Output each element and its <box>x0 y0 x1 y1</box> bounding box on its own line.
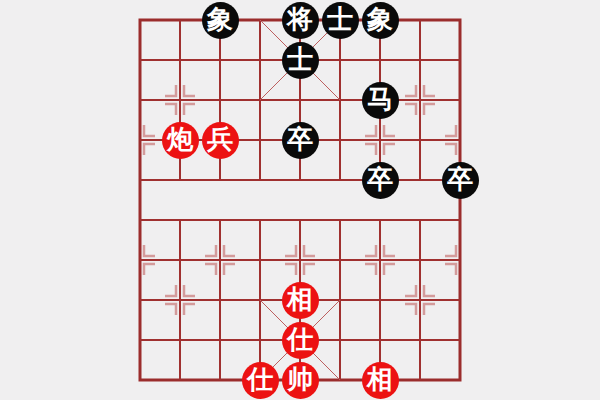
board-point-8-0[interactable] <box>440 0 480 40</box>
board-point-7-3[interactable] <box>400 120 440 160</box>
board-point-3-1[interactable] <box>240 40 280 80</box>
board-point-0-5[interactable] <box>120 200 160 240</box>
board-point-3-4[interactable] <box>240 160 280 200</box>
board-point-8-2[interactable] <box>440 80 480 120</box>
board-point-4-1[interactable]: 士 <box>280 40 320 80</box>
piece-red-soldier[interactable]: 兵 <box>202 122 239 159</box>
board-point-4-4[interactable] <box>280 160 320 200</box>
board-point-5-2[interactable] <box>320 80 360 120</box>
board-point-6-6[interactable] <box>360 240 400 280</box>
board-point-0-2[interactable] <box>120 80 160 120</box>
board-point-1-8[interactable] <box>160 320 200 360</box>
board-point-0-7[interactable] <box>120 280 160 320</box>
board-point-5-9[interactable] <box>320 360 360 400</box>
piece-black-advisor[interactable]: 士 <box>322 2 359 39</box>
board-point-3-5[interactable] <box>240 200 280 240</box>
board-point-2-6[interactable] <box>200 240 240 280</box>
board-point-8-3[interactable] <box>440 120 480 160</box>
piece-red-general[interactable]: 帅 <box>282 362 319 399</box>
piece-black-soldier[interactable]: 卒 <box>442 162 479 199</box>
board-point-3-2[interactable] <box>240 80 280 120</box>
board-point-5-7[interactable] <box>320 280 360 320</box>
board-point-8-5[interactable] <box>440 200 480 240</box>
board-point-1-0[interactable] <box>160 0 200 40</box>
board-point-4-6[interactable] <box>280 240 320 280</box>
board-point-0-8[interactable] <box>120 320 160 360</box>
board-point-2-9[interactable] <box>200 360 240 400</box>
board-point-7-1[interactable] <box>400 40 440 80</box>
piece-black-elephant[interactable]: 象 <box>202 2 239 39</box>
board-point-7-9[interactable] <box>400 360 440 400</box>
board-point-5-1[interactable] <box>320 40 360 80</box>
board-point-2-4[interactable] <box>200 160 240 200</box>
board-point-1-4[interactable] <box>160 160 200 200</box>
board-point-0-1[interactable] <box>120 40 160 80</box>
piece-red-elephant[interactable]: 相 <box>282 282 319 319</box>
board-point-7-6[interactable] <box>400 240 440 280</box>
board-point-6-0[interactable]: 象 <box>360 0 400 40</box>
board-point-7-8[interactable] <box>400 320 440 360</box>
board-point-6-5[interactable] <box>360 200 400 240</box>
board-point-4-3[interactable]: 卒 <box>280 120 320 160</box>
board-point-5-4[interactable] <box>320 160 360 200</box>
board-point-2-0[interactable]: 象 <box>200 0 240 40</box>
board-point-0-9[interactable] <box>120 360 160 400</box>
board-point-1-5[interactable] <box>160 200 200 240</box>
board-point-1-1[interactable] <box>160 40 200 80</box>
board-point-5-0[interactable]: 士 <box>320 0 360 40</box>
piece-black-elephant[interactable]: 象 <box>362 2 399 39</box>
board-point-6-4[interactable]: 卒 <box>360 160 400 200</box>
board-point-3-7[interactable] <box>240 280 280 320</box>
board-point-8-8[interactable] <box>440 320 480 360</box>
piece-black-general[interactable]: 将 <box>282 2 319 39</box>
board-point-4-8[interactable]: 仕 <box>280 320 320 360</box>
board-point-0-6[interactable] <box>120 240 160 280</box>
board-point-7-0[interactable] <box>400 0 440 40</box>
board-point-8-1[interactable] <box>440 40 480 80</box>
board-point-3-3[interactable] <box>240 120 280 160</box>
board-point-7-5[interactable] <box>400 200 440 240</box>
board-point-2-5[interactable] <box>200 200 240 240</box>
board-point-8-9[interactable] <box>440 360 480 400</box>
board-point-2-1[interactable] <box>200 40 240 80</box>
board-point-4-9[interactable]: 帅 <box>280 360 320 400</box>
board-point-8-7[interactable] <box>440 280 480 320</box>
board-point-5-8[interactable] <box>320 320 360 360</box>
xiangqi-board: 象将士象士马炮兵卒卒卒相仕仕帅相 <box>120 0 480 400</box>
board-point-2-2[interactable] <box>200 80 240 120</box>
piece-red-advisor[interactable]: 仕 <box>282 322 319 359</box>
board-point-3-9[interactable]: 仕 <box>240 360 280 400</box>
board-point-7-2[interactable] <box>400 80 440 120</box>
piece-black-soldier[interactable]: 卒 <box>362 162 399 199</box>
board-point-6-9[interactable]: 相 <box>360 360 400 400</box>
board-point-7-4[interactable] <box>400 160 440 200</box>
board-point-6-3[interactable] <box>360 120 400 160</box>
board-point-1-3[interactable]: 炮 <box>160 120 200 160</box>
board-point-4-5[interactable] <box>280 200 320 240</box>
board-point-2-7[interactable] <box>200 280 240 320</box>
board-point-1-9[interactable] <box>160 360 200 400</box>
board-point-6-8[interactable] <box>360 320 400 360</box>
board-point-1-6[interactable] <box>160 240 200 280</box>
board-point-1-7[interactable] <box>160 280 200 320</box>
board-point-6-1[interactable] <box>360 40 400 80</box>
board-point-6-2[interactable]: 马 <box>360 80 400 120</box>
board-point-2-3[interactable]: 兵 <box>200 120 240 160</box>
piece-red-advisor[interactable]: 仕 <box>242 362 279 399</box>
board-point-7-7[interactable] <box>400 280 440 320</box>
board-point-2-8[interactable] <box>200 320 240 360</box>
board-point-0-0[interactable] <box>120 0 160 40</box>
piece-black-horse[interactable]: 马 <box>362 82 399 119</box>
board-point-3-0[interactable] <box>240 0 280 40</box>
board-point-5-3[interactable] <box>320 120 360 160</box>
piece-red-elephant[interactable]: 相 <box>362 362 399 399</box>
board-point-8-4[interactable]: 卒 <box>440 160 480 200</box>
board-point-4-2[interactable] <box>280 80 320 120</box>
board-point-3-8[interactable] <box>240 320 280 360</box>
board-point-6-7[interactable] <box>360 280 400 320</box>
board-point-4-0[interactable]: 将 <box>280 0 320 40</box>
board-point-5-5[interactable] <box>320 200 360 240</box>
piece-black-soldier[interactable]: 卒 <box>282 122 319 159</box>
board-point-0-3[interactable] <box>120 120 160 160</box>
piece-black-advisor[interactable]: 士 <box>282 42 319 79</box>
xiangqi-diagram: 象将士象士马炮兵卒卒卒相仕仕帅相 <box>0 0 600 400</box>
board-point-5-6[interactable] <box>320 240 360 280</box>
board-point-4-7[interactable]: 相 <box>280 280 320 320</box>
board-point-0-4[interactable] <box>120 160 160 200</box>
board-point-8-6[interactable] <box>440 240 480 280</box>
board-point-1-2[interactable] <box>160 80 200 120</box>
piece-red-cannon[interactable]: 炮 <box>162 122 199 159</box>
board-point-3-6[interactable] <box>240 240 280 280</box>
